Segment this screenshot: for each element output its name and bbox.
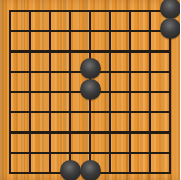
black-stone[interactable] <box>80 58 101 79</box>
stones-layer <box>0 1 180 180</box>
black-stone[interactable] <box>160 0 181 19</box>
black-stone[interactable] <box>160 18 181 39</box>
black-stone[interactable] <box>60 160 81 180</box>
black-stone[interactable] <box>80 160 101 180</box>
black-stone[interactable] <box>80 79 101 100</box>
go-board[interactable] <box>0 0 180 180</box>
